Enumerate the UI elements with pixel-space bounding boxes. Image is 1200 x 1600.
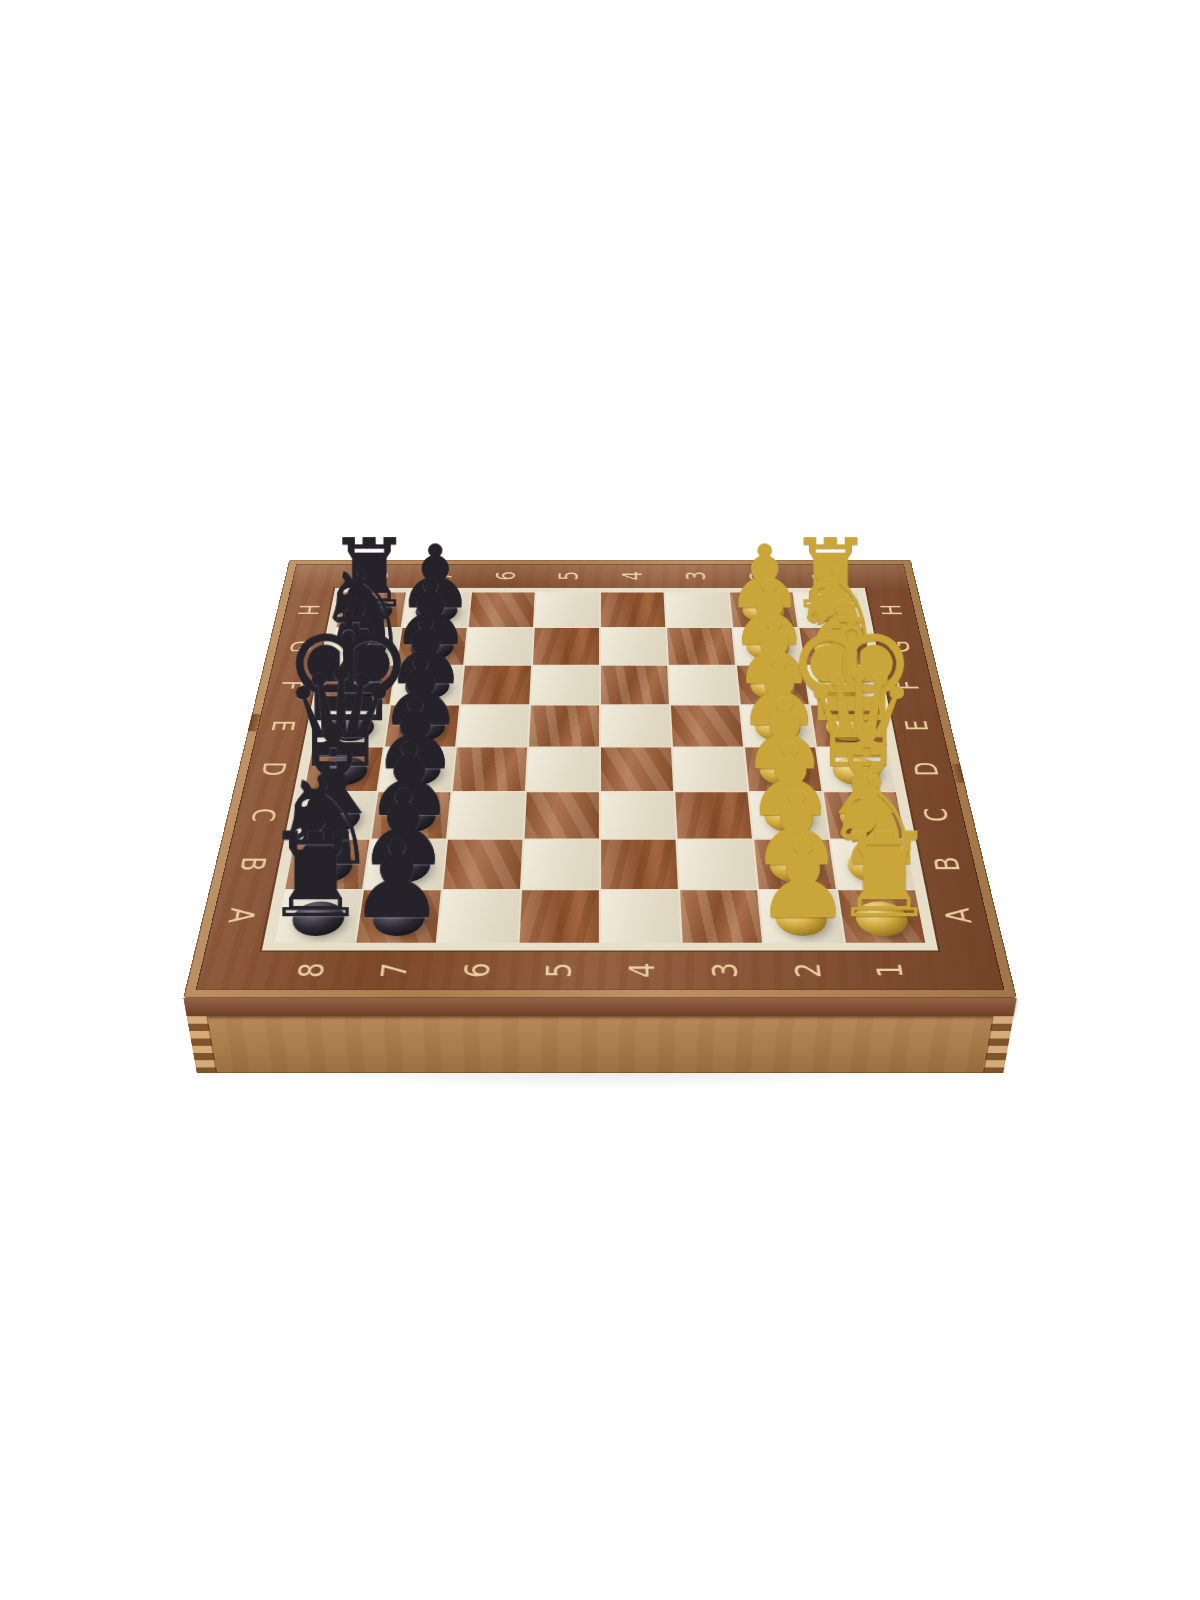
square-b6[interactable] (443, 840, 522, 889)
file-label-h: H (857, 598, 927, 623)
square-g6[interactable] (465, 628, 533, 665)
rank-label-3: 3 (694, 942, 756, 999)
scene-perspective: 87654321 87654321 HGFEDCBA HGFEDCBA ♜♟♟♜… (244, 391, 956, 1103)
square-g3[interactable] (667, 628, 735, 665)
square-b5[interactable] (522, 840, 599, 889)
box-front-face (183, 998, 1017, 1073)
finger-joint-right (983, 1016, 1014, 1073)
square-f6[interactable] (461, 666, 531, 705)
square-f3[interactable] (669, 666, 739, 705)
square-b3[interactable] (678, 840, 757, 889)
rank-label-7: 7 (417, 559, 465, 593)
square-a5[interactable] (520, 890, 599, 942)
file-label-h: H (272, 598, 342, 623)
square-d3[interactable] (673, 748, 747, 791)
rank-label-1: 1 (797, 559, 847, 593)
square-e4[interactable] (601, 705, 671, 746)
piece-white-rook: ♜ (832, 817, 937, 934)
square-h5[interactable] (535, 592, 599, 627)
square-h3[interactable] (665, 592, 731, 627)
square-b4[interactable] (601, 840, 678, 889)
square-h6[interactable] (469, 592, 535, 627)
square-a6[interactable] (438, 890, 520, 942)
square-d4[interactable] (601, 748, 673, 791)
square-c6[interactable] (448, 792, 525, 838)
board-panel: ♜♟♟♜♞♟♟♞♝♟♟♝♚♟♟♚♛♟♟♛♝♟♟♝♞♟♟♞♜♟♟♜ (262, 588, 938, 951)
rank-label-4: 4 (612, 942, 671, 999)
finger-joint-left (187, 1016, 218, 1073)
rank-labels-back: 87654321 (344, 564, 856, 587)
rank-label-1: 1 (856, 942, 923, 999)
rank-label-8: 8 (353, 559, 403, 593)
lid-front-edge (183, 998, 1017, 1016)
rank-label-3: 3 (672, 559, 719, 593)
chess-board-box: 87654321 87654321 HGFEDCBA HGFEDCBA ♜♟♟♜… (183, 560, 1017, 998)
rank-label-5: 5 (546, 559, 591, 593)
square-g5[interactable] (533, 628, 599, 665)
square-a4[interactable] (601, 890, 680, 942)
rank-label-5: 5 (529, 942, 588, 999)
square-c5[interactable] (525, 792, 599, 838)
rank-label-6: 6 (481, 559, 528, 593)
board-frame: 87654321 87654321 HGFEDCBA HGFEDCBA ♜♟♟♜… (196, 564, 1005, 990)
rank-label-2: 2 (775, 942, 840, 999)
square-d6[interactable] (453, 748, 527, 791)
square-c4[interactable] (601, 792, 675, 838)
square-f5[interactable] (531, 666, 599, 705)
square-a3[interactable] (680, 890, 762, 942)
playing-area: ♜♟♟♜♞♟♟♞♝♟♟♝♚♟♟♚♛♟♟♛♝♟♟♝♞♟♟♞♜♟♟♜ (275, 592, 925, 942)
rank-label-2: 2 (735, 559, 783, 593)
square-e3[interactable] (671, 705, 743, 746)
piece-black-pawn: ♟ (348, 826, 445, 934)
rank-label-4: 4 (609, 559, 654, 593)
square-e5[interactable] (529, 705, 599, 746)
square-g4[interactable] (601, 628, 667, 665)
rank-labels-front: 87654321 (265, 950, 934, 990)
rank-label-6: 6 (445, 942, 507, 999)
rank-label-8: 8 (276, 942, 343, 999)
square-f4[interactable] (601, 666, 669, 705)
square-d5[interactable] (527, 748, 599, 791)
square-a7[interactable]: ♟ (356, 890, 440, 942)
square-c3[interactable] (675, 792, 752, 838)
square-a1[interactable]: ♜ (838, 890, 925, 942)
square-h4[interactable] (601, 592, 665, 627)
product-photo: 87654321 87654321 HGFEDCBA HGFEDCBA ♜♟♟♜… (0, 0, 1200, 1600)
square-e6[interactable] (457, 705, 529, 746)
rank-label-7: 7 (361, 942, 426, 999)
